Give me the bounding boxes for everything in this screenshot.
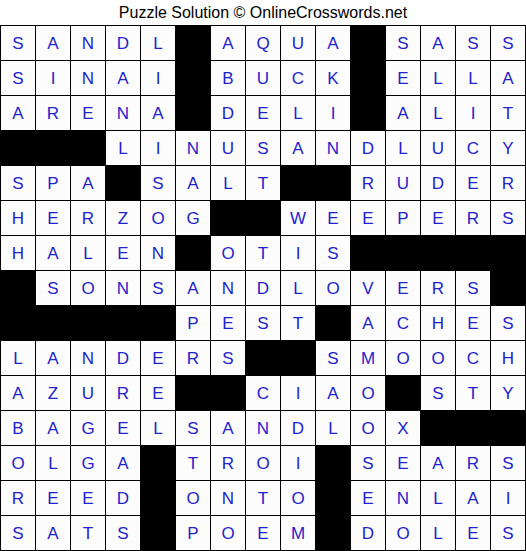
letter-cell-r12c7: A bbox=[211, 411, 245, 445]
letter-cell-r5c7: L bbox=[211, 166, 245, 200]
letter-cell-r7c1: H bbox=[1, 236, 35, 270]
letter-cell-r6c13: E bbox=[421, 201, 455, 235]
letter-cell-r9c7: E bbox=[211, 306, 245, 340]
letter-cell-r13c3: G bbox=[71, 446, 105, 480]
letter-cell-r15c8: E bbox=[246, 516, 280, 550]
black-cell-r9c1 bbox=[1, 306, 35, 340]
letter-cell-r1c7: A bbox=[211, 26, 245, 60]
letter-cell-r5c2: P bbox=[36, 166, 70, 200]
letter-cell-r13c4: A bbox=[106, 446, 140, 480]
page-title: Puzzle Solution © OnlineCrosswords.net bbox=[0, 0, 526, 25]
letter-cell-r2c2: I bbox=[36, 61, 70, 95]
letter-cell-r3c3: E bbox=[71, 96, 105, 130]
letter-cell-r1c1: S bbox=[1, 26, 35, 60]
black-cell-r9c4 bbox=[106, 306, 140, 340]
black-cell-r6c7 bbox=[211, 201, 245, 235]
letter-cell-r10c14: C bbox=[456, 341, 490, 375]
letter-cell-r8c6: A bbox=[176, 271, 210, 305]
black-cell-r12c14 bbox=[456, 411, 490, 445]
letter-cell-r6c6: G bbox=[176, 201, 210, 235]
letter-cell-r13c9: I bbox=[281, 446, 315, 480]
black-cell-r11c12 bbox=[386, 376, 420, 410]
letter-cell-r4c11: D bbox=[351, 131, 385, 165]
black-cell-r9c10 bbox=[316, 306, 350, 340]
letter-cell-r7c8: T bbox=[246, 236, 280, 270]
letter-cell-r3c14: I bbox=[456, 96, 490, 130]
letter-cell-r5c14: E bbox=[456, 166, 490, 200]
letter-cell-r3c15: T bbox=[491, 96, 525, 130]
black-cell-r4c1 bbox=[1, 131, 35, 165]
letter-cell-r5c3: A bbox=[71, 166, 105, 200]
letter-cell-r2c15: A bbox=[491, 61, 525, 95]
letter-cell-r8c13: R bbox=[421, 271, 455, 305]
letter-cell-r12c11: O bbox=[351, 411, 385, 445]
letter-cell-r4c15: Y bbox=[491, 131, 525, 165]
letter-cell-r9c13: H bbox=[421, 306, 455, 340]
black-cell-r11c6 bbox=[176, 376, 210, 410]
letter-cell-r6c12: P bbox=[386, 201, 420, 235]
letter-cell-r15c12: O bbox=[386, 516, 420, 550]
black-cell-r7c12 bbox=[386, 236, 420, 270]
letter-cell-r3c12: A bbox=[386, 96, 420, 130]
black-cell-r3c11 bbox=[351, 96, 385, 130]
letter-cell-r8c8: D bbox=[246, 271, 280, 305]
letter-cell-r6c1: H bbox=[1, 201, 35, 235]
letter-cell-r14c6: O bbox=[176, 481, 210, 515]
letter-cell-r2c10: K bbox=[316, 61, 350, 95]
letter-cell-r12c10: L bbox=[316, 411, 350, 445]
letter-cell-r4c7: U bbox=[211, 131, 245, 165]
letter-cell-r10c1: L bbox=[1, 341, 35, 375]
letter-cell-r7c3: L bbox=[71, 236, 105, 270]
letter-cell-r11c15: Y bbox=[491, 376, 525, 410]
black-cell-r15c5 bbox=[141, 516, 175, 550]
black-cell-r3c6 bbox=[176, 96, 210, 130]
letter-cell-r3c4: N bbox=[106, 96, 140, 130]
letter-cell-r7c2: A bbox=[36, 236, 70, 270]
letter-cell-r3c7: D bbox=[211, 96, 245, 130]
letter-cell-r9c6: P bbox=[176, 306, 210, 340]
letter-cell-r6c5: O bbox=[141, 201, 175, 235]
letter-cell-r2c7: B bbox=[211, 61, 245, 95]
letter-cell-r12c3: G bbox=[71, 411, 105, 445]
letter-cell-r2c9: C bbox=[281, 61, 315, 95]
letter-cell-r7c10: S bbox=[316, 236, 350, 270]
black-cell-r2c11 bbox=[351, 61, 385, 95]
black-cell-r14c10 bbox=[316, 481, 350, 515]
letter-cell-r13c11: S bbox=[351, 446, 385, 480]
black-cell-r9c3 bbox=[71, 306, 105, 340]
letter-cell-r15c13: L bbox=[421, 516, 455, 550]
letter-cell-r7c4: E bbox=[106, 236, 140, 270]
letter-cell-r1c2: A bbox=[36, 26, 70, 60]
black-cell-r1c11 bbox=[351, 26, 385, 60]
letter-cell-r3c10: I bbox=[316, 96, 350, 130]
letter-cell-r5c11: R bbox=[351, 166, 385, 200]
letter-cell-r10c6: R bbox=[176, 341, 210, 375]
letter-cell-r2c5: I bbox=[141, 61, 175, 95]
letter-cell-r10c12: O bbox=[386, 341, 420, 375]
letter-cell-r8c10: O bbox=[316, 271, 350, 305]
letter-cell-r11c14: T bbox=[456, 376, 490, 410]
letter-cell-r7c7: O bbox=[211, 236, 245, 270]
letter-cell-r13c7: R bbox=[211, 446, 245, 480]
letter-cell-r10c11: M bbox=[351, 341, 385, 375]
letter-cell-r3c13: L bbox=[421, 96, 455, 130]
letter-cell-r15c15: S bbox=[491, 516, 525, 550]
letter-cell-r10c10: S bbox=[316, 341, 350, 375]
letter-cell-r15c6: P bbox=[176, 516, 210, 550]
letter-cell-r14c1: R bbox=[1, 481, 35, 515]
letter-cell-r1c8: Q bbox=[246, 26, 280, 60]
letter-cell-r9c15: S bbox=[491, 306, 525, 340]
letter-cell-r11c10: A bbox=[316, 376, 350, 410]
black-cell-r13c5 bbox=[141, 446, 175, 480]
letter-cell-r14c13: L bbox=[421, 481, 455, 515]
letter-cell-r10c15: H bbox=[491, 341, 525, 375]
letter-cell-r14c15: I bbox=[491, 481, 525, 515]
letter-cell-r7c5: N bbox=[141, 236, 175, 270]
black-cell-r7c15 bbox=[491, 236, 525, 270]
letter-cell-r13c15: S bbox=[491, 446, 525, 480]
letter-cell-r1c3: N bbox=[71, 26, 105, 60]
letter-cell-r12c1: B bbox=[1, 411, 35, 445]
letter-cell-r6c9: W bbox=[281, 201, 315, 235]
letter-cell-r6c10: E bbox=[316, 201, 350, 235]
black-cell-r8c1 bbox=[1, 271, 35, 305]
black-cell-r14c5 bbox=[141, 481, 175, 515]
letter-cell-r10c4: D bbox=[106, 341, 140, 375]
letter-cell-r8c4: N bbox=[106, 271, 140, 305]
letter-cell-r1c15: S bbox=[491, 26, 525, 60]
letter-cell-r15c3: T bbox=[71, 516, 105, 550]
letter-cell-r4c12: L bbox=[386, 131, 420, 165]
letter-cell-r11c9: I bbox=[281, 376, 315, 410]
letter-cell-r7c9: I bbox=[281, 236, 315, 270]
black-cell-r11c7 bbox=[211, 376, 245, 410]
letter-cell-r14c8: T bbox=[246, 481, 280, 515]
letter-cell-r3c2: R bbox=[36, 96, 70, 130]
letter-cell-r8c3: O bbox=[71, 271, 105, 305]
puzzle-solution-page: Puzzle Solution © OnlineCrosswords.net S… bbox=[0, 0, 526, 551]
black-cell-r10c9 bbox=[281, 341, 315, 375]
letter-cell-r13c8: O bbox=[246, 446, 280, 480]
letter-cell-r2c14: L bbox=[456, 61, 490, 95]
letter-cell-r5c13: D bbox=[421, 166, 455, 200]
letter-cell-r13c13: A bbox=[421, 446, 455, 480]
letter-cell-r14c11: E bbox=[351, 481, 385, 515]
letter-cell-r5c15: R bbox=[491, 166, 525, 200]
black-cell-r9c5 bbox=[141, 306, 175, 340]
letter-cell-r4c13: U bbox=[421, 131, 455, 165]
letter-cell-r11c5: E bbox=[141, 376, 175, 410]
black-cell-r6c8 bbox=[246, 201, 280, 235]
letter-cell-r6c14: R bbox=[456, 201, 490, 235]
letter-cell-r15c4: S bbox=[106, 516, 140, 550]
black-cell-r10c8 bbox=[246, 341, 280, 375]
letter-cell-r5c1: S bbox=[1, 166, 35, 200]
letter-cell-r1c5: L bbox=[141, 26, 175, 60]
letter-cell-r2c3: N bbox=[71, 61, 105, 95]
letter-cell-r1c14: S bbox=[456, 26, 490, 60]
black-cell-r15c10 bbox=[316, 516, 350, 550]
letter-cell-r5c8: T bbox=[246, 166, 280, 200]
letter-cell-r1c13: A bbox=[421, 26, 455, 60]
letter-cell-r14c9: O bbox=[281, 481, 315, 515]
letter-cell-r11c2: Z bbox=[36, 376, 70, 410]
black-cell-r7c13 bbox=[421, 236, 455, 270]
letter-cell-r5c5: S bbox=[141, 166, 175, 200]
letter-cell-r14c3: E bbox=[71, 481, 105, 515]
letter-cell-r14c2: E bbox=[36, 481, 70, 515]
letter-cell-r10c13: O bbox=[421, 341, 455, 375]
black-cell-r5c9 bbox=[281, 166, 315, 200]
letter-cell-r15c9: M bbox=[281, 516, 315, 550]
letter-cell-r2c1: S bbox=[1, 61, 35, 95]
letter-cell-r4c4: L bbox=[106, 131, 140, 165]
letter-cell-r10c5: E bbox=[141, 341, 175, 375]
black-cell-r4c3 bbox=[71, 131, 105, 165]
letter-cell-r1c4: D bbox=[106, 26, 140, 60]
letter-cell-r9c11: A bbox=[351, 306, 385, 340]
letter-cell-r13c12: E bbox=[386, 446, 420, 480]
letter-cell-r8c2: S bbox=[36, 271, 70, 305]
letter-cell-r8c9: L bbox=[281, 271, 315, 305]
letter-cell-r15c2: A bbox=[36, 516, 70, 550]
letter-cell-r14c14: A bbox=[456, 481, 490, 515]
letter-cell-r3c9: L bbox=[281, 96, 315, 130]
letter-cell-r14c4: D bbox=[106, 481, 140, 515]
letter-cell-r8c14: S bbox=[456, 271, 490, 305]
letter-cell-r8c5: S bbox=[141, 271, 175, 305]
letter-cell-r14c12: N bbox=[386, 481, 420, 515]
black-cell-r7c11 bbox=[351, 236, 385, 270]
letter-cell-r12c6: S bbox=[176, 411, 210, 445]
black-cell-r7c14 bbox=[456, 236, 490, 270]
black-cell-r13c10 bbox=[316, 446, 350, 480]
letter-cell-r1c12: S bbox=[386, 26, 420, 60]
letter-cell-r5c12: U bbox=[386, 166, 420, 200]
letter-cell-r13c14: R bbox=[456, 446, 490, 480]
letter-cell-r5c6: A bbox=[176, 166, 210, 200]
letter-cell-r12c9: D bbox=[281, 411, 315, 445]
letter-cell-r15c1: S bbox=[1, 516, 35, 550]
letter-cell-r3c8: E bbox=[246, 96, 280, 130]
letter-cell-r8c7: N bbox=[211, 271, 245, 305]
letter-cell-r2c4: A bbox=[106, 61, 140, 95]
letter-cell-r10c3: N bbox=[71, 341, 105, 375]
letter-cell-r6c11: E bbox=[351, 201, 385, 235]
letter-cell-r10c2: A bbox=[36, 341, 70, 375]
letter-cell-r11c4: R bbox=[106, 376, 140, 410]
letter-cell-r11c11: O bbox=[351, 376, 385, 410]
letter-cell-r6c15: S bbox=[491, 201, 525, 235]
black-cell-r5c4 bbox=[106, 166, 140, 200]
letter-cell-r15c11: D bbox=[351, 516, 385, 550]
letter-cell-r4c6: N bbox=[176, 131, 210, 165]
letter-cell-r9c8: S bbox=[246, 306, 280, 340]
black-cell-r7c6 bbox=[176, 236, 210, 270]
letter-cell-r11c13: S bbox=[421, 376, 455, 410]
black-cell-r9c2 bbox=[36, 306, 70, 340]
letter-cell-r12c5: L bbox=[141, 411, 175, 445]
letter-cell-r9c12: C bbox=[386, 306, 420, 340]
letter-cell-r2c13: L bbox=[421, 61, 455, 95]
black-cell-r2c6 bbox=[176, 61, 210, 95]
black-cell-r8c15 bbox=[491, 271, 525, 305]
letter-cell-r6c4: Z bbox=[106, 201, 140, 235]
letter-cell-r9c14: E bbox=[456, 306, 490, 340]
letter-cell-r15c14: E bbox=[456, 516, 490, 550]
letter-cell-r4c9: A bbox=[281, 131, 315, 165]
letter-cell-r13c1: O bbox=[1, 446, 35, 480]
letter-cell-r12c2: A bbox=[36, 411, 70, 445]
letter-cell-r13c6: T bbox=[176, 446, 210, 480]
letter-cell-r11c3: U bbox=[71, 376, 105, 410]
black-cell-r12c13 bbox=[421, 411, 455, 445]
letter-cell-r2c8: U bbox=[246, 61, 280, 95]
letter-cell-r8c12: E bbox=[386, 271, 420, 305]
black-cell-r4c2 bbox=[36, 131, 70, 165]
letter-cell-r4c10: N bbox=[316, 131, 350, 165]
black-cell-r5c10 bbox=[316, 166, 350, 200]
letter-cell-r4c14: C bbox=[456, 131, 490, 165]
letter-cell-r1c10: A bbox=[316, 26, 350, 60]
letter-cell-r6c3: R bbox=[71, 201, 105, 235]
letter-cell-r4c8: S bbox=[246, 131, 280, 165]
letter-cell-r1c9: U bbox=[281, 26, 315, 60]
letter-cell-r12c12: X bbox=[386, 411, 420, 445]
letter-cell-r8c11: V bbox=[351, 271, 385, 305]
letter-cell-r6c2: E bbox=[36, 201, 70, 235]
letter-cell-r11c8: C bbox=[246, 376, 280, 410]
letter-cell-r15c7: O bbox=[211, 516, 245, 550]
letter-cell-r12c8: N bbox=[246, 411, 280, 445]
letter-cell-r4c5: I bbox=[141, 131, 175, 165]
letter-cell-r10c7: S bbox=[211, 341, 245, 375]
letter-cell-r3c1: A bbox=[1, 96, 35, 130]
crossword-grid: SANDLAQUASASSSINAIBUCKELLAARENADELIALITL… bbox=[0, 25, 526, 551]
black-cell-r12c15 bbox=[491, 411, 525, 445]
letter-cell-r11c1: A bbox=[1, 376, 35, 410]
letter-cell-r3c5: A bbox=[141, 96, 175, 130]
letter-cell-r13c2: L bbox=[36, 446, 70, 480]
letter-cell-r9c9: T bbox=[281, 306, 315, 340]
letter-cell-r12c4: E bbox=[106, 411, 140, 445]
black-cell-r1c6 bbox=[176, 26, 210, 60]
letter-cell-r14c7: N bbox=[211, 481, 245, 515]
letter-cell-r2c12: E bbox=[386, 61, 420, 95]
